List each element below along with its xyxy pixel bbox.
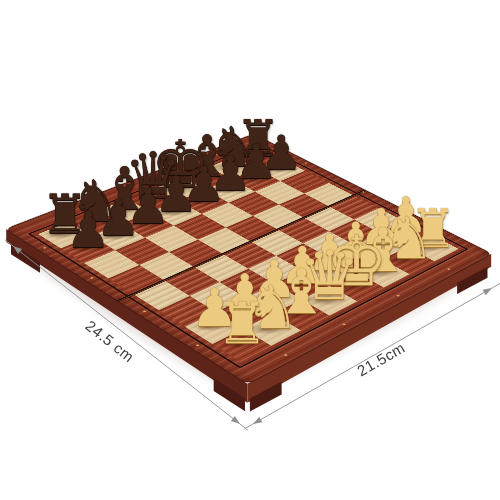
dimension-line-right-arrow-start xyxy=(253,417,262,424)
chess-set-product-photo: ♜♞♝♛♚♝♞♜♟♟♟♟♟♟♟♟♟♟♟♟♟♟♟♟♜♞♝♛♚♝♞♜ 24.5 cm… xyxy=(0,0,500,500)
dimension-line-left-arrow-end xyxy=(231,416,240,424)
dimension-line-right-arrow-end xyxy=(483,288,492,295)
